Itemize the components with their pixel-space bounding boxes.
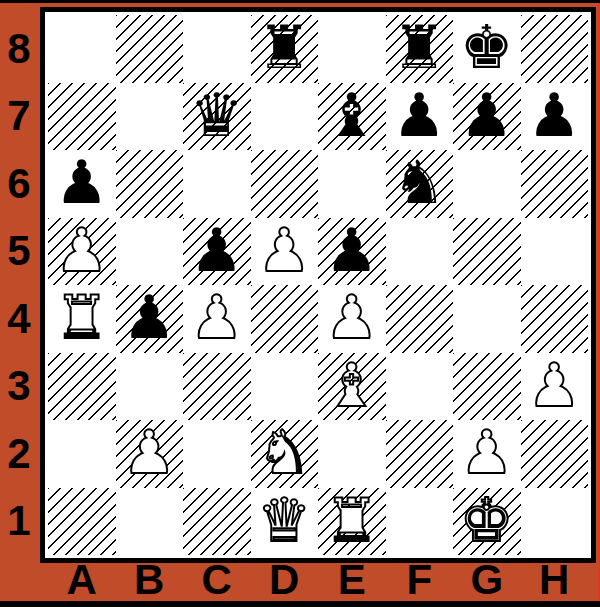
square-g8[interactable]: ♚ (453, 15, 521, 83)
square-b2[interactable]: ♟ (116, 420, 184, 488)
square-e2[interactable] (318, 420, 386, 488)
square-d2[interactable]: ♞ (251, 420, 319, 488)
square-c3[interactable] (183, 353, 251, 421)
square-h8[interactable] (521, 15, 589, 83)
square-g7[interactable]: ♟ (453, 83, 521, 151)
black-queen[interactable]: ♛ (190, 83, 244, 149)
square-h7[interactable]: ♟ (521, 83, 589, 151)
board-box: ♜♜♚♛♝♟♟♟♟♞♟♟♟♟♜♟♟♟♝♟♟♞♟♛♜♚ (40, 7, 596, 563)
square-b8[interactable] (116, 15, 184, 83)
square-d6[interactable] (251, 150, 319, 218)
white-pawn[interactable]: ♟ (122, 420, 176, 486)
square-h6[interactable] (521, 150, 589, 218)
black-pawn[interactable]: ♟ (325, 218, 379, 284)
white-pawn[interactable]: ♟ (257, 218, 311, 284)
square-g5[interactable] (453, 218, 521, 286)
black-pawn[interactable]: ♟ (392, 83, 446, 149)
square-e7[interactable]: ♝ (318, 83, 386, 151)
square-c1[interactable] (183, 488, 251, 556)
white-bishop[interactable]: ♝ (325, 353, 379, 419)
file-label-f: F (386, 559, 454, 601)
square-g3[interactable] (453, 353, 521, 421)
square-e5[interactable]: ♟ (318, 218, 386, 286)
square-f7[interactable]: ♟ (386, 83, 454, 151)
white-rook[interactable]: ♜ (55, 285, 109, 351)
rank-label-2: 2 (0, 420, 38, 488)
file-label-h: H (521, 559, 589, 601)
top-edge-strip (0, 0, 600, 3)
square-g6[interactable] (453, 150, 521, 218)
square-a4[interactable]: ♜ (48, 285, 116, 353)
square-a5[interactable]: ♟ (48, 218, 116, 286)
white-pawn[interactable]: ♟ (190, 285, 244, 351)
white-queen[interactable]: ♛ (257, 488, 311, 554)
rank-labels: 8 7 6 5 4 3 2 1 (0, 15, 38, 555)
file-label-g: G (453, 559, 521, 601)
white-pawn[interactable]: ♟ (55, 218, 109, 284)
square-h3[interactable]: ♟ (521, 353, 589, 421)
square-g2[interactable]: ♟ (453, 420, 521, 488)
square-c8[interactable] (183, 15, 251, 83)
square-b3[interactable] (116, 353, 184, 421)
white-pawn[interactable]: ♟ (325, 285, 379, 351)
square-f1[interactable] (386, 488, 454, 556)
chess-diagram-frame: 8 7 6 5 4 3 2 1 ♜♜♚♛♝♟♟♟♟♞♟♟♟♟♜♟♟♟♝♟♟♞♟♛… (0, 0, 600, 607)
square-e8[interactable] (318, 15, 386, 83)
file-label-d: D (251, 559, 319, 601)
rank-label-6: 6 (0, 150, 38, 218)
square-g1[interactable]: ♚ (453, 488, 521, 556)
rank-label-3: 3 (0, 353, 38, 421)
square-b7[interactable] (116, 83, 184, 151)
square-c5[interactable]: ♟ (183, 218, 251, 286)
file-label-c: C (183, 559, 251, 601)
square-b1[interactable] (116, 488, 184, 556)
file-label-b: B (116, 559, 184, 601)
square-c2[interactable] (183, 420, 251, 488)
square-a7[interactable] (48, 83, 116, 151)
square-h4[interactable] (521, 285, 589, 353)
white-rook[interactable]: ♜ (325, 488, 379, 554)
square-e4[interactable]: ♟ (318, 285, 386, 353)
chess-board: ♜♜♚♛♝♟♟♟♟♞♟♟♟♟♜♟♟♟♝♟♟♞♟♛♜♚ (48, 15, 588, 555)
black-pawn[interactable]: ♟ (527, 83, 581, 149)
rank-label-1: 1 (0, 488, 38, 556)
square-h1[interactable] (521, 488, 589, 556)
black-pawn[interactable]: ♟ (460, 83, 514, 149)
rank-label-4: 4 (0, 285, 38, 353)
square-c4[interactable]: ♟ (183, 285, 251, 353)
square-c6[interactable] (183, 150, 251, 218)
square-g4[interactable] (453, 285, 521, 353)
white-knight[interactable]: ♞ (257, 420, 311, 486)
file-label-e: E (318, 559, 386, 601)
square-a6[interactable]: ♟ (48, 150, 116, 218)
square-f4[interactable] (386, 285, 454, 353)
square-h5[interactable] (521, 218, 589, 286)
square-c7[interactable]: ♛ (183, 83, 251, 151)
square-d4[interactable] (251, 285, 319, 353)
square-f6[interactable]: ♞ (386, 150, 454, 218)
square-a2[interactable] (48, 420, 116, 488)
black-pawn[interactable]: ♟ (55, 150, 109, 216)
square-d3[interactable] (251, 353, 319, 421)
white-king[interactable]: ♚ (460, 488, 514, 554)
black-bishop[interactable]: ♝ (325, 83, 379, 149)
square-f8[interactable]: ♜ (386, 15, 454, 83)
square-e1[interactable]: ♜ (318, 488, 386, 556)
square-b4[interactable]: ♟ (116, 285, 184, 353)
black-king[interactable]: ♚ (460, 15, 514, 81)
square-d5[interactable]: ♟ (251, 218, 319, 286)
square-d7[interactable] (251, 83, 319, 151)
square-b5[interactable] (116, 218, 184, 286)
white-pawn[interactable]: ♟ (460, 420, 514, 486)
rank-label-7: 7 (0, 83, 38, 151)
black-knight[interactable]: ♞ (392, 150, 446, 216)
square-a1[interactable] (48, 488, 116, 556)
square-e6[interactable] (318, 150, 386, 218)
square-f2[interactable] (386, 420, 454, 488)
square-b6[interactable] (116, 150, 184, 218)
square-a3[interactable] (48, 353, 116, 421)
white-pawn[interactable]: ♟ (527, 353, 581, 419)
black-rook[interactable]: ♜ (392, 15, 446, 81)
square-d8[interactable]: ♜ (251, 15, 319, 83)
square-h2[interactable] (521, 420, 589, 488)
black-pawn[interactable]: ♟ (122, 285, 176, 351)
square-e3[interactable]: ♝ (318, 353, 386, 421)
square-a8[interactable] (48, 15, 116, 83)
file-labels: A B C D E F G H (48, 559, 588, 601)
square-d1[interactable]: ♛ (251, 488, 319, 556)
square-f5[interactable] (386, 218, 454, 286)
square-f3[interactable] (386, 353, 454, 421)
file-label-a: A (48, 559, 116, 601)
rank-label-5: 5 (0, 218, 38, 286)
black-pawn[interactable]: ♟ (190, 218, 244, 284)
rank-label-8: 8 (0, 15, 38, 83)
black-rook[interactable]: ♜ (257, 15, 311, 81)
